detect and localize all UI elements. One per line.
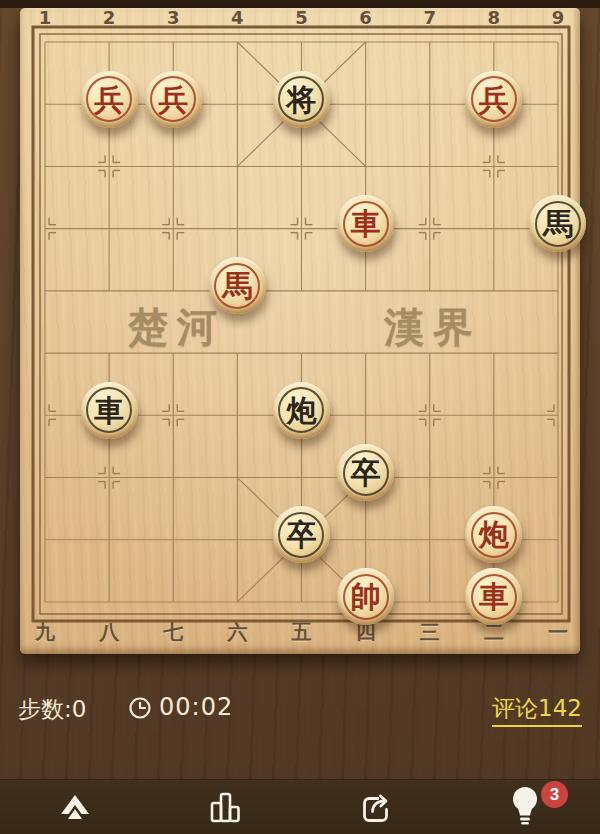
collapse-up-button[interactable] [0,780,150,834]
bottom-toolbar: 3 [0,780,600,834]
piece-red-rook[interactable]: 車 [337,195,394,252]
piece-black-horse[interactable]: 馬 [529,195,586,252]
piece-red-rook[interactable]: 車 [465,568,522,625]
move-counter: 步数:0 [18,694,86,725]
piece-red-pawn[interactable]: 兵 [465,71,522,128]
hint-bulb-icon [507,784,543,830]
status-bar: 步数:0 00:02 评论142 [0,686,600,730]
piece-glyph: 将 [273,71,330,128]
piece-glyph: 兵 [81,71,138,128]
piece-glyph: 車 [465,568,522,625]
piece-glyph: 帥 [337,568,394,625]
piece-red-cannon[interactable]: 炮 [465,506,522,563]
piece-black-pawn[interactable]: 卒 [273,506,330,563]
piece-black-pawn[interactable]: 卒 [337,444,394,501]
clock-icon [127,695,153,721]
app-screen: 123456789 九八七六五四三二一 楚河 漢界 兵兵将兵車馬馬車炮卒卒炮帥車… [0,0,600,834]
piece-glyph: 炮 [273,382,330,439]
piece-black-cannon[interactable]: 炮 [273,382,330,439]
piece-glyph: 車 [337,195,394,252]
piece-glyph: 馬 [209,257,266,314]
hint-button[interactable]: 3 [450,780,600,834]
piece-glyph: 馬 [529,195,586,252]
piece-glyph: 兵 [145,71,202,128]
piece-red-pawn[interactable]: 兵 [81,71,138,128]
piece-glyph: 卒 [273,506,330,563]
piece-red-horse[interactable]: 馬 [209,257,266,314]
bar-chart-icon [208,790,242,824]
stats-button[interactable] [150,780,300,834]
timer: 00:02 [159,693,233,721]
piece-red-pawn[interactable]: 兵 [145,71,202,128]
piece-glyph: 炮 [465,506,522,563]
piece-glyph: 卒 [337,444,394,501]
piece-red-king[interactable]: 帥 [337,568,394,625]
share-icon [356,788,394,826]
share-button[interactable] [300,780,450,834]
collapse-up-icon [55,789,95,825]
hint-badge: 3 [541,781,568,808]
piece-glyph: 兵 [465,71,522,128]
piece-glyph: 車 [81,382,138,439]
comments-link[interactable]: 评论142 [492,693,582,727]
piece-black-general[interactable]: 将 [273,71,330,128]
pieces-layer: 兵兵将兵車馬馬車炮卒卒炮帥車 [13,11,590,633]
piece-black-rook[interactable]: 車 [81,382,138,439]
